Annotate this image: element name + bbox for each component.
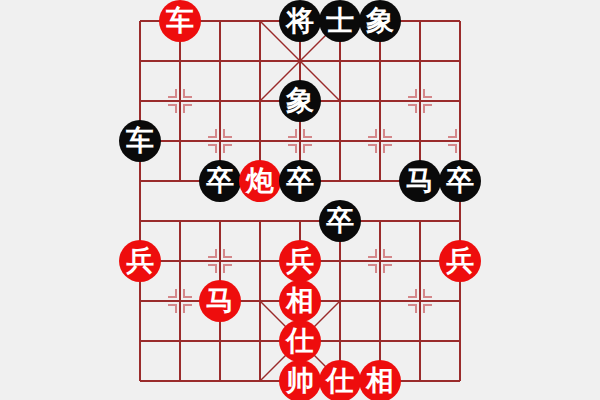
- piece-red-pawn-1[interactable]: 兵: [119, 240, 161, 282]
- piece-black-pawn-2[interactable]: 卒: [279, 160, 321, 202]
- piece-red-horse[interactable]: 马: [199, 280, 241, 322]
- piece-black-chariot[interactable]: 车: [119, 120, 161, 162]
- xiangqi-board: 车将士象象车卒炮卒马卒卒兵兵兵马相仕帅仕相: [120, 1, 480, 400]
- piece-red-chariot[interactable]: 车: [159, 0, 201, 42]
- piece-red-elephant-1[interactable]: 相: [279, 280, 321, 322]
- piece-black-horse[interactable]: 马: [399, 160, 441, 202]
- piece-red-advisor-1[interactable]: 仕: [279, 320, 321, 362]
- piece-black-elephant-2[interactable]: 象: [279, 80, 321, 122]
- piece-red-elephant-2[interactable]: 相: [359, 360, 401, 400]
- piece-black-elephant-1[interactable]: 象: [359, 0, 401, 42]
- piece-red-king[interactable]: 帅: [279, 360, 321, 400]
- board-background: 车将士象象车卒炮卒马卒卒兵兵兵马相仕帅仕相: [0, 0, 600, 400]
- piece-black-king[interactable]: 将: [279, 0, 321, 42]
- piece-red-pawn-2[interactable]: 兵: [279, 240, 321, 282]
- piece-black-pawn-4[interactable]: 卒: [319, 200, 361, 242]
- piece-black-pawn-3[interactable]: 卒: [439, 160, 481, 202]
- piece-red-advisor-2[interactable]: 仕: [319, 360, 361, 400]
- piece-black-advisor[interactable]: 士: [319, 0, 361, 42]
- piece-black-pawn-1[interactable]: 卒: [199, 160, 241, 202]
- piece-red-cannon[interactable]: 炮: [239, 160, 281, 202]
- piece-red-pawn-3[interactable]: 兵: [439, 240, 481, 282]
